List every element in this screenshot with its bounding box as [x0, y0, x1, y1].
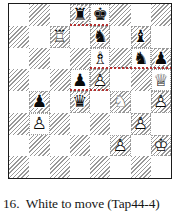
white-rook-icon: ♜♖	[52, 28, 67, 45]
square-a2	[9, 135, 29, 157]
white-pawn-icon: ♟♙	[133, 115, 148, 132]
square-f5	[110, 69, 130, 91]
square-f3	[110, 113, 130, 135]
square-d4: ♛	[70, 91, 90, 113]
diagram-caption: 16. White to move (Tap44-4)	[3, 196, 176, 212]
spellcheck-squiggle	[70, 24, 111, 26]
square-h7	[151, 26, 171, 48]
black-pawn-icon: ♟	[153, 50, 168, 67]
square-d1	[70, 156, 90, 178]
square-h1	[151, 156, 171, 178]
square-b1	[29, 156, 49, 178]
square-a3	[9, 113, 29, 135]
black-queen-icon: ♛	[72, 93, 87, 110]
square-f6	[110, 48, 130, 70]
square-d7	[70, 26, 90, 48]
square-h5: ♛♕	[151, 69, 171, 91]
square-a7	[9, 26, 29, 48]
square-f7	[110, 26, 130, 48]
black-knight-icon: ♞	[93, 28, 108, 45]
chess-board: ♜♚♜♖♞♝♝♗♞♟♟♟♙♛♕♟♛♞♘♟♙♟♙♟♙♟♙♚♔	[8, 3, 172, 179]
square-g2	[131, 135, 151, 157]
square-c1	[50, 156, 70, 178]
square-f2: ♟♙	[110, 135, 130, 157]
spellcheck-squiggle	[70, 89, 111, 91]
square-e8: ♚	[90, 4, 110, 26]
square-d3	[70, 113, 90, 135]
square-f4: ♞♘	[110, 91, 130, 113]
square-h4: ♟♙	[151, 91, 171, 113]
black-knight-icon: ♞	[133, 50, 148, 67]
square-g8	[131, 4, 151, 26]
square-a8	[9, 4, 29, 26]
square-b6	[29, 48, 49, 70]
square-a6	[9, 48, 29, 70]
black-pawn-icon: ♟	[72, 72, 87, 89]
square-f1	[110, 156, 130, 178]
square-h8	[151, 4, 171, 26]
square-g3: ♟♙	[131, 113, 151, 135]
square-b3: ♟♙	[29, 113, 49, 135]
white-queen-icon: ♛♕	[153, 72, 168, 89]
white-pawn-icon: ♟♙	[113, 137, 128, 154]
square-g1	[131, 156, 151, 178]
square-d6	[70, 48, 90, 70]
square-c2	[50, 135, 70, 157]
square-d5: ♟	[70, 69, 90, 91]
white-pawn-icon: ♟♙	[32, 115, 47, 132]
square-b5	[29, 69, 49, 91]
square-g5	[131, 69, 151, 91]
white-pawn-icon: ♟♙	[153, 93, 168, 110]
black-bishop-icon: ♝	[133, 28, 148, 45]
square-c8	[50, 4, 70, 26]
square-e2	[90, 135, 110, 157]
square-g6: ♞	[131, 48, 151, 70]
square-h3	[151, 113, 171, 135]
square-e6: ♝♗	[90, 48, 110, 70]
square-e5: ♟♙	[90, 69, 110, 91]
square-b8	[29, 4, 49, 26]
black-rook-icon: ♜	[72, 6, 87, 23]
black-pawn-icon: ♟	[32, 93, 47, 110]
square-h2: ♚♔	[151, 135, 171, 157]
square-a4	[9, 91, 29, 113]
square-e3	[90, 113, 110, 135]
square-f8	[110, 4, 130, 26]
square-c3	[50, 113, 70, 135]
white-pawn-icon: ♟♙	[93, 72, 108, 89]
white-king-icon: ♚♔	[153, 137, 168, 154]
square-c5	[50, 69, 70, 91]
square-g7: ♝	[131, 26, 151, 48]
spellcheck-squiggle	[90, 67, 171, 69]
square-g4	[131, 91, 151, 113]
square-e1	[90, 156, 110, 178]
square-b4: ♟	[29, 91, 49, 113]
white-bishop-icon: ♝♗	[93, 50, 108, 67]
square-b2	[29, 135, 49, 157]
square-c4	[50, 91, 70, 113]
square-b7	[29, 26, 49, 48]
square-a1	[9, 156, 29, 178]
square-a5	[9, 69, 29, 91]
square-e7: ♞	[90, 26, 110, 48]
square-e4	[90, 91, 110, 113]
square-c6	[50, 48, 70, 70]
square-c7: ♜♖	[50, 26, 70, 48]
square-d8: ♜	[70, 4, 90, 26]
square-d2	[70, 135, 90, 157]
square-h6: ♟	[151, 48, 171, 70]
white-knight-icon: ♞♘	[113, 93, 128, 110]
black-king-icon: ♚	[93, 6, 108, 23]
